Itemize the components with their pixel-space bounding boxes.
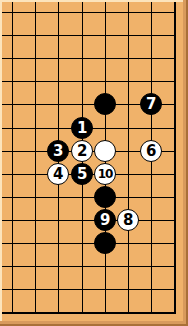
grid-line-horizontal xyxy=(2,81,176,82)
move-number-label: 1 xyxy=(77,120,87,135)
move-number-label: 9 xyxy=(100,212,110,227)
grid-line-horizontal xyxy=(2,289,176,290)
move-number-label: 5 xyxy=(77,166,87,181)
move-number-label: 7 xyxy=(146,96,156,111)
stone-white-q8 xyxy=(94,140,116,162)
grid-line-vertical xyxy=(12,2,13,314)
frame-bevel-top xyxy=(0,0,183,2)
stone-white-move-8: 8 xyxy=(117,209,139,231)
grid-line-horizontal xyxy=(2,220,176,221)
grid-line-vertical xyxy=(35,2,36,314)
move-number-label: 2 xyxy=(77,143,87,158)
move-number-label: 4 xyxy=(53,166,63,181)
stone-black-q4 xyxy=(94,232,116,254)
stone-white-move-6: 6 xyxy=(140,140,162,162)
stone-white-move-2: 2 xyxy=(71,140,93,162)
stone-black-q6 xyxy=(94,186,116,208)
stone-white-move-10: 10 xyxy=(94,163,116,185)
grid-line-horizontal xyxy=(2,197,176,198)
stone-black-move-1: 1 xyxy=(71,117,93,139)
board-edge-line-horizontal xyxy=(2,312,176,314)
grid-line-horizontal xyxy=(2,35,176,36)
stone-black-q10 xyxy=(94,93,116,115)
grid-line-horizontal xyxy=(2,243,176,244)
move-number-label: 3 xyxy=(53,143,63,158)
move-number-label: 6 xyxy=(146,143,156,158)
stone-black-move-7: 7 xyxy=(140,93,162,115)
grid-line-horizontal xyxy=(2,12,176,13)
grid-line-horizontal xyxy=(2,58,176,59)
frame-bevel-left xyxy=(0,0,2,321)
move-number-label: 10 xyxy=(98,168,113,180)
stone-black-move-3: 3 xyxy=(47,140,69,162)
stone-black-move-9: 9 xyxy=(94,209,116,231)
frame-bevel-right-dark xyxy=(186,0,188,326)
board-edge-line-vertical xyxy=(174,2,176,314)
move-number-label: 8 xyxy=(123,212,133,227)
grid-line-horizontal xyxy=(2,266,176,267)
go-board: 71326451098 xyxy=(0,0,188,326)
grid-line-vertical xyxy=(128,2,129,314)
stone-black-move-5: 5 xyxy=(71,163,93,185)
stone-white-move-4: 4 xyxy=(47,163,69,185)
